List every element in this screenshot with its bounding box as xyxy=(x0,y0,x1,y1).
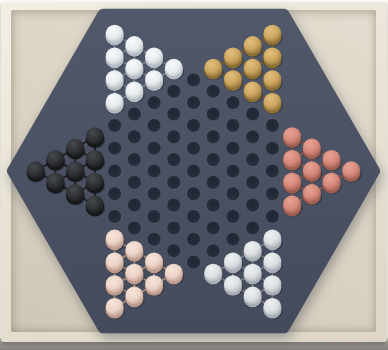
hole[interactable] xyxy=(226,119,240,133)
hole[interactable] xyxy=(147,233,161,247)
hole[interactable] xyxy=(128,153,142,167)
hole[interactable] xyxy=(266,119,280,133)
hole[interactable] xyxy=(147,119,161,133)
hole[interactable] xyxy=(167,221,181,235)
hole[interactable] xyxy=(246,130,260,144)
photo-of-chinese-checkers-set xyxy=(0,0,388,350)
hole[interactable] xyxy=(187,233,201,247)
hole[interactable] xyxy=(206,107,220,121)
hole[interactable] xyxy=(206,198,220,212)
hole[interactable] xyxy=(266,187,280,201)
hole[interactable] xyxy=(167,198,181,212)
hole[interactable] xyxy=(206,176,220,190)
hole[interactable] xyxy=(128,107,142,121)
hole[interactable] xyxy=(266,141,280,155)
hole[interactable] xyxy=(147,141,161,155)
hole[interactable] xyxy=(167,130,181,144)
hole[interactable] xyxy=(246,153,260,167)
hole[interactable] xyxy=(108,119,122,133)
hole[interactable] xyxy=(147,96,161,110)
hole[interactable] xyxy=(206,153,220,167)
hole[interactable] xyxy=(128,198,142,212)
hole[interactable] xyxy=(187,210,201,224)
hole[interactable] xyxy=(206,85,220,99)
hole[interactable] xyxy=(147,210,161,224)
hole[interactable] xyxy=(206,221,220,235)
hole[interactable] xyxy=(187,255,201,269)
hole[interactable] xyxy=(187,141,201,155)
hole[interactable] xyxy=(226,187,240,201)
hole[interactable] xyxy=(206,130,220,144)
hole[interactable] xyxy=(226,233,240,247)
hole[interactable] xyxy=(147,187,161,201)
hole[interactable] xyxy=(246,198,260,212)
hole[interactable] xyxy=(128,221,142,235)
hole[interactable] xyxy=(108,164,122,178)
hole[interactable] xyxy=(187,96,201,110)
hole[interactable] xyxy=(246,221,260,235)
hole[interactable] xyxy=(226,210,240,224)
hole[interactable] xyxy=(128,130,142,144)
hole[interactable] xyxy=(147,164,161,178)
hole[interactable] xyxy=(167,107,181,121)
hole[interactable] xyxy=(246,176,260,190)
hole[interactable] xyxy=(167,85,181,99)
hole[interactable] xyxy=(187,187,201,201)
hole[interactable] xyxy=(108,187,122,201)
hole[interactable] xyxy=(167,153,181,167)
hole[interactable] xyxy=(187,164,201,178)
hole[interactable] xyxy=(226,164,240,178)
hole[interactable] xyxy=(108,210,122,224)
hole[interactable] xyxy=(187,119,201,133)
hole[interactable] xyxy=(167,244,181,258)
hole[interactable] xyxy=(226,141,240,155)
hole[interactable] xyxy=(167,176,181,190)
hole[interactable] xyxy=(266,210,280,224)
hole[interactable] xyxy=(187,73,201,87)
hole[interactable] xyxy=(128,176,142,190)
hole[interactable] xyxy=(108,141,122,155)
chinese-checkers-board xyxy=(0,0,388,350)
hole[interactable] xyxy=(226,96,240,110)
hole[interactable] xyxy=(206,244,220,258)
hole[interactable] xyxy=(246,107,260,121)
hole[interactable] xyxy=(266,164,280,178)
